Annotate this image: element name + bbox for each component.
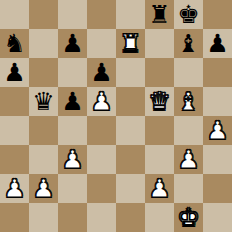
square-c4[interactable] xyxy=(58,116,87,145)
black-pawn-piece[interactable]: ♟ xyxy=(3,58,25,87)
square-h4[interactable]: ♟ xyxy=(203,116,232,145)
square-f1[interactable] xyxy=(145,203,174,232)
square-h1[interactable] xyxy=(203,203,232,232)
black-pawn-piece[interactable]: ♟ xyxy=(206,29,228,58)
square-a2[interactable]: ♟ xyxy=(0,174,29,203)
square-b1[interactable] xyxy=(29,203,58,232)
square-e8[interactable] xyxy=(116,0,145,29)
white-pawn-piece[interactable]: ♟ xyxy=(90,87,112,116)
square-g6[interactable] xyxy=(174,58,203,87)
white-pawn-piece[interactable]: ♟ xyxy=(206,116,228,145)
white-pawn-piece[interactable]: ♟ xyxy=(32,174,54,203)
square-g4[interactable] xyxy=(174,116,203,145)
square-d7[interactable] xyxy=(87,29,116,58)
white-pawn-piece[interactable]: ♟ xyxy=(148,174,170,203)
square-g7[interactable]: ♝ xyxy=(174,29,203,58)
square-h6[interactable] xyxy=(203,58,232,87)
square-c8[interactable] xyxy=(58,0,87,29)
square-a3[interactable] xyxy=(0,145,29,174)
square-b2[interactable]: ♟ xyxy=(29,174,58,203)
square-a7[interactable]: ♞ xyxy=(0,29,29,58)
square-b3[interactable] xyxy=(29,145,58,174)
square-a6[interactable]: ♟ xyxy=(0,58,29,87)
chess-board: ♜♚♞♟♜♝♟♟♟♛♟♟♛♝♟♟♟♟♟♟♚ xyxy=(0,0,232,232)
square-c2[interactable] xyxy=(58,174,87,203)
square-e7[interactable]: ♜ xyxy=(116,29,145,58)
black-bishop-piece[interactable]: ♝ xyxy=(177,29,199,58)
square-d3[interactable] xyxy=(87,145,116,174)
white-king-piece[interactable]: ♚ xyxy=(177,203,199,232)
square-c6[interactable] xyxy=(58,58,87,87)
square-e1[interactable] xyxy=(116,203,145,232)
square-d2[interactable] xyxy=(87,174,116,203)
square-h7[interactable]: ♟ xyxy=(203,29,232,58)
black-pawn-piece[interactable]: ♟ xyxy=(61,87,83,116)
white-queen-piece[interactable]: ♛ xyxy=(148,87,170,116)
square-h5[interactable] xyxy=(203,87,232,116)
square-b7[interactable] xyxy=(29,29,58,58)
square-d5[interactable]: ♟ xyxy=(87,87,116,116)
white-pawn-piece[interactable]: ♟ xyxy=(177,145,199,174)
square-a1[interactable] xyxy=(0,203,29,232)
white-rook-piece[interactable]: ♜ xyxy=(119,29,141,58)
square-c7[interactable]: ♟ xyxy=(58,29,87,58)
square-e2[interactable] xyxy=(116,174,145,203)
square-c1[interactable] xyxy=(58,203,87,232)
black-queen-piece[interactable]: ♛ xyxy=(32,87,54,116)
white-bishop-piece[interactable]: ♝ xyxy=(177,87,199,116)
square-f8[interactable]: ♜ xyxy=(145,0,174,29)
square-f7[interactable] xyxy=(145,29,174,58)
black-king-piece[interactable]: ♚ xyxy=(177,0,199,29)
square-e4[interactable] xyxy=(116,116,145,145)
square-f3[interactable] xyxy=(145,145,174,174)
black-pawn-piece[interactable]: ♟ xyxy=(61,29,83,58)
square-b6[interactable] xyxy=(29,58,58,87)
square-a8[interactable] xyxy=(0,0,29,29)
square-f4[interactable] xyxy=(145,116,174,145)
square-g5[interactable]: ♝ xyxy=(174,87,203,116)
square-f2[interactable]: ♟ xyxy=(145,174,174,203)
square-g2[interactable] xyxy=(174,174,203,203)
square-d4[interactable] xyxy=(87,116,116,145)
white-pawn-piece[interactable]: ♟ xyxy=(3,174,25,203)
square-e3[interactable] xyxy=(116,145,145,174)
square-a4[interactable] xyxy=(0,116,29,145)
square-h2[interactable] xyxy=(203,174,232,203)
black-rook-piece[interactable]: ♜ xyxy=(148,0,170,29)
square-g8[interactable]: ♚ xyxy=(174,0,203,29)
square-c5[interactable]: ♟ xyxy=(58,87,87,116)
square-e5[interactable] xyxy=(116,87,145,116)
square-h8[interactable] xyxy=(203,0,232,29)
square-g3[interactable]: ♟ xyxy=(174,145,203,174)
square-e6[interactable] xyxy=(116,58,145,87)
square-g1[interactable]: ♚ xyxy=(174,203,203,232)
square-d6[interactable]: ♟ xyxy=(87,58,116,87)
white-pawn-piece[interactable]: ♟ xyxy=(61,145,83,174)
square-a5[interactable] xyxy=(0,87,29,116)
black-pawn-piece[interactable]: ♟ xyxy=(90,58,112,87)
square-h3[interactable] xyxy=(203,145,232,174)
square-f5[interactable]: ♛ xyxy=(145,87,174,116)
square-b8[interactable] xyxy=(29,0,58,29)
square-d8[interactable] xyxy=(87,0,116,29)
square-b4[interactable] xyxy=(29,116,58,145)
black-knight-piece[interactable]: ♞ xyxy=(3,29,25,58)
square-b5[interactable]: ♛ xyxy=(29,87,58,116)
square-d1[interactable] xyxy=(87,203,116,232)
square-c3[interactable]: ♟ xyxy=(58,145,87,174)
square-f6[interactable] xyxy=(145,58,174,87)
